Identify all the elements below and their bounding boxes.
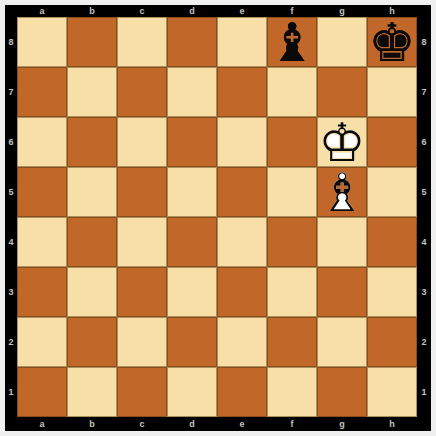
file-label-bottom-f: f [291, 420, 294, 429]
square-d2[interactable] [167, 317, 217, 367]
square-h6[interactable] [367, 117, 417, 167]
square-d1[interactable] [167, 367, 217, 417]
square-b8[interactable] [67, 17, 117, 67]
square-g3[interactable] [317, 267, 367, 317]
file-label-top-b: b [89, 7, 95, 16]
square-a1[interactable] [17, 367, 67, 417]
white-bishop-glyph-outline: ♗ [317, 167, 367, 217]
rank-label-right-2: 2 [421, 338, 426, 347]
black-bishop-glyph-outline: ♗ [267, 17, 317, 67]
rank-label-left-1: 1 [8, 388, 13, 397]
square-f1[interactable] [267, 367, 317, 417]
rank-label-right-4: 4 [421, 238, 426, 247]
file-label-top-g: g [339, 7, 345, 16]
square-a3[interactable] [17, 267, 67, 317]
square-h4[interactable] [367, 217, 417, 267]
rank-label-right-7: 7 [421, 88, 426, 97]
square-d7[interactable] [167, 67, 217, 117]
square-e6[interactable] [217, 117, 267, 167]
square-b6[interactable] [67, 117, 117, 167]
square-e4[interactable] [217, 217, 267, 267]
square-a8[interactable] [17, 17, 67, 67]
square-b3[interactable] [67, 267, 117, 317]
square-f7[interactable] [267, 67, 317, 117]
square-g6[interactable]: ♚♔ [317, 117, 367, 167]
file-label-bottom-d: d [189, 420, 195, 429]
square-c3[interactable] [117, 267, 167, 317]
square-d3[interactable] [167, 267, 217, 317]
rank-label-left-5: 5 [8, 188, 13, 197]
square-d8[interactable] [167, 17, 217, 67]
black-king[interactable]: ♚♔ [367, 17, 417, 67]
square-b5[interactable] [67, 167, 117, 217]
black-bishop-glyph-fill: ♝ [267, 17, 317, 67]
black-bishop[interactable]: ♝♗ [267, 17, 317, 67]
square-g2[interactable] [317, 317, 367, 367]
square-h3[interactable] [367, 267, 417, 317]
square-g7[interactable] [317, 67, 367, 117]
white-king-glyph-fill: ♚ [317, 117, 367, 167]
square-d6[interactable] [167, 117, 217, 167]
square-f3[interactable] [267, 267, 317, 317]
square-c4[interactable] [117, 217, 167, 267]
file-label-top-c: c [139, 7, 144, 16]
square-e2[interactable] [217, 317, 267, 367]
square-f5[interactable] [267, 167, 317, 217]
square-h7[interactable] [367, 67, 417, 117]
square-a2[interactable] [17, 317, 67, 367]
white-bishop-glyph-fill: ♝ [317, 167, 367, 217]
file-label-bottom-g: g [339, 420, 345, 429]
square-a7[interactable] [17, 67, 67, 117]
square-h8[interactable]: ♚♔ [367, 17, 417, 67]
rank-label-right-5: 5 [421, 188, 426, 197]
rank-label-left-7: 7 [8, 88, 13, 97]
square-b2[interactable] [67, 317, 117, 367]
square-e7[interactable] [217, 67, 267, 117]
square-g4[interactable] [317, 217, 367, 267]
square-h5[interactable] [367, 167, 417, 217]
black-king-glyph-outline: ♔ [367, 17, 417, 67]
rank-label-left-4: 4 [8, 238, 13, 247]
square-d4[interactable] [167, 217, 217, 267]
file-label-bottom-e: e [239, 420, 244, 429]
square-c8[interactable] [117, 17, 167, 67]
file-label-top-f: f [291, 7, 294, 16]
square-c7[interactable] [117, 67, 167, 117]
rank-label-right-3: 3 [421, 288, 426, 297]
square-d5[interactable] [167, 167, 217, 217]
square-f2[interactable] [267, 317, 317, 367]
board: ♝♗♚♔♚♔♝♗ [17, 17, 417, 417]
square-b4[interactable] [67, 217, 117, 267]
rank-label-left-2: 2 [8, 338, 13, 347]
file-label-top-e: e [239, 7, 244, 16]
square-b1[interactable] [67, 367, 117, 417]
square-e1[interactable] [217, 367, 267, 417]
file-label-top-h: h [389, 7, 395, 16]
square-f4[interactable] [267, 217, 317, 267]
square-e5[interactable] [217, 167, 267, 217]
white-bishop[interactable]: ♝♗ [317, 167, 367, 217]
chess-diagram: ♝♗♚♔♚♔♝♗ aabbccddeeffgghh887766554433221… [0, 0, 436, 436]
file-label-bottom-h: h [389, 420, 395, 429]
square-a5[interactable] [17, 167, 67, 217]
square-c2[interactable] [117, 317, 167, 367]
square-h2[interactable] [367, 317, 417, 367]
square-c6[interactable] [117, 117, 167, 167]
square-h1[interactable] [367, 367, 417, 417]
square-g8[interactable] [317, 17, 367, 67]
white-king-glyph-outline: ♔ [317, 117, 367, 167]
square-g1[interactable] [317, 367, 367, 417]
square-a4[interactable] [17, 217, 67, 267]
rank-label-left-3: 3 [8, 288, 13, 297]
rank-label-right-8: 8 [421, 38, 426, 47]
file-label-bottom-b: b [89, 420, 95, 429]
square-c5[interactable] [117, 167, 167, 217]
file-label-bottom-a: a [39, 420, 44, 429]
square-e8[interactable] [217, 17, 267, 67]
square-f6[interactable] [267, 117, 317, 167]
square-c1[interactable] [117, 367, 167, 417]
black-king-glyph-fill: ♚ [367, 17, 417, 67]
rank-label-left-6: 6 [8, 138, 13, 147]
rank-label-right-6: 6 [421, 138, 426, 147]
square-f8[interactable]: ♝♗ [267, 17, 317, 67]
square-b7[interactable] [67, 67, 117, 117]
file-label-top-d: d [189, 7, 195, 16]
file-label-bottom-c: c [139, 420, 144, 429]
square-g5[interactable]: ♝♗ [317, 167, 367, 217]
file-label-top-a: a [39, 7, 44, 16]
rank-label-left-8: 8 [8, 38, 13, 47]
square-a6[interactable] [17, 117, 67, 167]
square-e3[interactable] [217, 267, 267, 317]
rank-label-right-1: 1 [421, 388, 426, 397]
chessboard-frame: ♝♗♚♔♚♔♝♗ aabbccddeeffgghh887766554433221… [5, 5, 431, 431]
white-king[interactable]: ♚♔ [317, 117, 367, 167]
